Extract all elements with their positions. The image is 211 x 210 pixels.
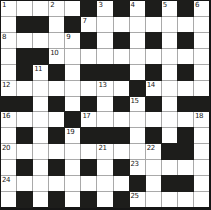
black-cell <box>146 128 161 143</box>
black-cell <box>130 176 145 191</box>
white-cell[interactable] <box>194 176 209 191</box>
white-cell[interactable] <box>17 81 32 96</box>
white-cell[interactable] <box>97 160 112 175</box>
clue-number: 11 <box>34 65 42 73</box>
black-cell <box>17 192 32 207</box>
clue-number: 12 <box>2 81 10 89</box>
clue-number: 17 <box>82 112 90 120</box>
white-cell[interactable] <box>114 112 129 127</box>
white-cell[interactable] <box>194 17 209 32</box>
white-cell[interactable] <box>114 17 129 32</box>
white-cell[interactable]: 12 <box>1 81 16 96</box>
clue-number: 14 <box>147 81 155 89</box>
white-cell[interactable] <box>49 112 64 127</box>
clue-number: 21 <box>98 144 106 152</box>
white-cell[interactable] <box>65 81 80 96</box>
white-cell[interactable] <box>33 128 48 143</box>
white-cell[interactable] <box>17 112 32 127</box>
white-cell[interactable] <box>97 33 112 48</box>
white-cell[interactable] <box>146 112 161 127</box>
black-cell <box>146 33 161 48</box>
white-cell[interactable] <box>17 176 32 191</box>
black-cell <box>178 176 193 191</box>
white-cell[interactable] <box>33 144 48 159</box>
white-cell[interactable]: 16 <box>1 112 16 127</box>
white-cell[interactable] <box>1 65 16 80</box>
white-cell[interactable] <box>194 81 209 96</box>
black-cell <box>33 49 48 64</box>
black-cell <box>178 33 193 48</box>
white-cell[interactable] <box>130 65 145 80</box>
black-cell <box>65 112 80 127</box>
white-cell[interactable] <box>130 128 145 143</box>
white-cell[interactable] <box>49 17 64 32</box>
white-cell[interactable] <box>114 49 129 64</box>
white-cell[interactable]: 24 <box>1 176 16 191</box>
white-cell[interactable] <box>33 1 48 16</box>
black-cell <box>81 1 96 16</box>
clue-number: 16 <box>2 112 10 120</box>
clue-number: 9 <box>66 33 70 41</box>
white-cell[interactable] <box>162 160 177 175</box>
clue-number: 13 <box>98 81 106 89</box>
black-cell <box>194 97 209 112</box>
white-cell[interactable] <box>162 81 177 96</box>
white-cell[interactable]: 18 <box>194 112 209 127</box>
black-cell <box>49 97 64 112</box>
white-cell[interactable] <box>17 1 32 16</box>
white-cell[interactable] <box>65 49 80 64</box>
clue-number: 22 <box>147 144 155 152</box>
white-cell[interactable] <box>178 17 193 32</box>
white-cell[interactable]: 4 <box>130 1 145 16</box>
white-cell[interactable] <box>65 176 80 191</box>
black-cell <box>146 65 161 80</box>
white-cell[interactable] <box>49 33 64 48</box>
black-cell <box>17 160 32 175</box>
white-cell[interactable] <box>194 128 209 143</box>
white-cell[interactable] <box>33 97 48 112</box>
white-cell[interactable] <box>162 65 177 80</box>
white-cell[interactable] <box>65 1 80 16</box>
white-cell[interactable] <box>162 33 177 48</box>
white-cell[interactable] <box>146 17 161 32</box>
white-cell[interactable]: 13 <box>97 81 112 96</box>
white-cell[interactable] <box>194 65 209 80</box>
white-cell[interactable] <box>81 49 96 64</box>
white-cell[interactable] <box>97 176 112 191</box>
black-cell <box>17 49 32 64</box>
black-cell <box>17 128 32 143</box>
white-cell[interactable] <box>1 17 16 32</box>
white-cell[interactable] <box>17 144 32 159</box>
white-cell[interactable] <box>33 112 48 127</box>
black-cell <box>178 1 193 16</box>
white-cell[interactable] <box>146 160 161 175</box>
white-cell[interactable] <box>130 144 145 159</box>
white-cell[interactable] <box>1 160 16 175</box>
black-cell <box>17 65 32 80</box>
clue-number: 4 <box>131 1 135 9</box>
white-cell[interactable] <box>97 112 112 127</box>
white-cell[interactable]: 10 <box>49 49 64 64</box>
black-cell <box>130 81 145 96</box>
clue-number: 23 <box>131 160 139 168</box>
black-cell <box>146 1 161 16</box>
white-cell[interactable] <box>97 49 112 64</box>
black-cell <box>114 160 129 175</box>
black-cell <box>81 65 96 80</box>
black-cell <box>1 97 16 112</box>
white-cell[interactable] <box>114 176 129 191</box>
white-cell[interactable] <box>162 17 177 32</box>
white-cell[interactable] <box>194 33 209 48</box>
white-cell[interactable] <box>194 192 209 207</box>
white-cell[interactable] <box>162 49 177 64</box>
white-cell[interactable] <box>17 33 32 48</box>
white-cell[interactable] <box>97 17 112 32</box>
clue-number: 10 <box>50 49 58 57</box>
white-cell[interactable] <box>97 97 112 112</box>
white-cell[interactable] <box>178 112 193 127</box>
black-cell <box>17 97 32 112</box>
black-cell <box>178 144 193 159</box>
white-cell[interactable]: 20 <box>1 144 16 159</box>
clue-number: 2 <box>50 1 54 9</box>
white-cell[interactable] <box>194 160 209 175</box>
white-cell[interactable] <box>33 160 48 175</box>
white-cell[interactable] <box>194 49 209 64</box>
black-cell <box>114 65 129 80</box>
white-cell[interactable] <box>162 97 177 112</box>
white-cell[interactable] <box>162 112 177 127</box>
white-cell[interactable] <box>130 112 145 127</box>
black-cell <box>49 192 64 207</box>
white-cell[interactable] <box>162 192 177 207</box>
white-cell[interactable] <box>33 176 48 191</box>
white-cell[interactable] <box>178 192 193 207</box>
clue-number: 25 <box>131 192 139 200</box>
white-cell[interactable] <box>194 144 209 159</box>
black-cell <box>81 128 96 143</box>
white-cell[interactable] <box>33 81 48 96</box>
white-cell[interactable] <box>49 81 64 96</box>
white-cell[interactable] <box>81 81 96 96</box>
white-cell[interactable] <box>114 144 129 159</box>
black-cell <box>65 17 80 32</box>
black-cell <box>49 65 64 80</box>
white-cell[interactable] <box>81 176 96 191</box>
clue-number: 20 <box>2 144 10 152</box>
clue-number: 15 <box>131 97 139 105</box>
black-cell <box>97 65 112 80</box>
white-cell[interactable] <box>146 49 161 64</box>
clue-number: 18 <box>195 112 203 120</box>
white-cell[interactable]: 19 <box>65 128 80 143</box>
black-cell <box>49 128 64 143</box>
clue-number: 7 <box>82 17 86 25</box>
clue-number: 19 <box>66 128 74 136</box>
white-cell[interactable]: 14 <box>146 81 161 96</box>
white-cell[interactable] <box>146 192 161 207</box>
white-cell[interactable] <box>130 33 145 48</box>
black-cell <box>81 160 96 175</box>
white-cell[interactable]: 21 <box>97 144 112 159</box>
white-cell[interactable] <box>178 81 193 96</box>
white-cell[interactable] <box>114 81 129 96</box>
black-cell <box>114 33 129 48</box>
white-cell[interactable] <box>1 192 16 207</box>
black-cell <box>114 128 129 143</box>
white-cell[interactable]: 25 <box>130 192 145 207</box>
white-cell[interactable] <box>65 65 80 80</box>
white-cell[interactable] <box>1 49 16 64</box>
white-cell[interactable]: 2 <box>49 1 64 16</box>
white-cell[interactable] <box>33 192 48 207</box>
white-cell[interactable] <box>178 160 193 175</box>
clue-number: 1 <box>2 1 6 9</box>
clue-number: 5 <box>163 1 167 9</box>
white-cell[interactable] <box>1 128 16 143</box>
black-cell <box>114 1 129 16</box>
white-cell[interactable]: 22 <box>146 144 161 159</box>
black-cell <box>81 97 96 112</box>
white-cell[interactable]: 5 <box>162 1 177 16</box>
black-cell <box>49 160 64 175</box>
white-cell[interactable]: 7 <box>81 17 96 32</box>
white-cell[interactable]: 8 <box>1 33 16 48</box>
white-cell[interactable]: 15 <box>130 97 145 112</box>
white-cell[interactable] <box>178 49 193 64</box>
black-cell <box>81 33 96 48</box>
white-cell[interactable]: 23 <box>130 160 145 175</box>
white-cell[interactable] <box>146 176 161 191</box>
black-cell <box>114 192 129 207</box>
clue-number: 6 <box>195 1 199 9</box>
black-cell <box>178 97 193 112</box>
clue-number: 24 <box>2 176 10 184</box>
white-cell[interactable]: 11 <box>33 65 48 80</box>
white-cell[interactable] <box>49 176 64 191</box>
black-cell <box>17 17 32 32</box>
white-cell[interactable] <box>65 97 80 112</box>
white-cell[interactable]: 6 <box>194 1 209 16</box>
white-cell[interactable] <box>130 49 145 64</box>
white-cell[interactable] <box>65 192 80 207</box>
white-cell[interactable] <box>49 144 64 159</box>
black-cell <box>178 128 193 143</box>
white-cell[interactable]: 9 <box>65 33 80 48</box>
black-cell <box>81 192 96 207</box>
white-cell[interactable] <box>97 192 112 207</box>
black-cell <box>114 97 129 112</box>
black-cell <box>162 176 177 191</box>
white-cell[interactable] <box>65 160 80 175</box>
black-cell <box>33 17 48 32</box>
black-cell <box>97 128 112 143</box>
clue-number: 8 <box>2 33 6 41</box>
white-cell[interactable] <box>162 128 177 143</box>
crossword-grid: 1234567891011121314151617181920212223242… <box>0 0 211 210</box>
black-cell <box>162 144 177 159</box>
black-cell <box>178 65 193 80</box>
clue-number: 3 <box>98 1 102 9</box>
white-cell[interactable]: 1 <box>1 1 16 16</box>
white-cell[interactable] <box>130 17 145 32</box>
white-cell[interactable]: 17 <box>81 112 96 127</box>
white-cell[interactable]: 3 <box>97 1 112 16</box>
white-cell[interactable] <box>81 144 96 159</box>
black-cell <box>146 97 161 112</box>
white-cell[interactable] <box>33 33 48 48</box>
white-cell[interactable] <box>65 144 80 159</box>
